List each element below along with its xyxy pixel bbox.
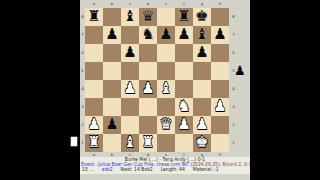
piece-white-rook: ♜ [139,134,157,152]
rank-labels-right: 87654321 [231,8,236,152]
square-e7: ♟ [157,26,175,44]
square-a5 [85,62,103,80]
square-f2: ♟ [175,116,193,134]
piece-white-queen: ♛ [157,116,175,134]
square-b5 [103,62,121,80]
piece-black-queen: ♛ [139,8,157,26]
square-a4 [85,80,103,98]
file-label: g [193,1,211,6]
square-d2 [139,116,157,134]
piece-white-pawn: ♟ [175,116,193,134]
piece-black-knight: ♞ [139,26,157,44]
square-h5 [211,62,229,80]
file-label: b [103,1,121,6]
file-label: h [211,1,229,6]
rank-label: 2 [231,116,236,134]
square-c1: ♝ [121,134,139,152]
file-label: g [193,152,211,157]
black-pawn-icon: ♟ [234,63,246,79]
square-e6 [157,44,175,62]
piece-white-pawn: ♟ [85,116,103,134]
caption-panel: Burke Mel (....) - Tang Andy (....) 0-1 … [80,157,250,174]
square-d5 [139,62,157,80]
square-g6: ♟ [193,44,211,62]
square-b1 [103,134,121,152]
square-c6: ♟ [121,44,139,62]
rank-labels-right-col: 87654321 [231,8,236,152]
square-e2: ♛ [157,116,175,134]
file-label: f [175,152,193,157]
file-label: f [175,1,193,6]
square-c4: ♟ [121,80,139,98]
file-label: d [139,152,157,157]
piece-black-king: ♚ [193,8,211,26]
move-number: 13 ... [82,167,93,172]
piece-black-pawn: ♟ [211,26,229,44]
piece-white-knight: ♞ [175,98,193,116]
square-h3: ♟ [211,98,229,116]
piece-white-bishop: ♝ [157,80,175,98]
file-label: d [139,1,157,6]
square-d3 [139,98,157,116]
piece-white-pawn: ♟ [211,98,229,116]
piece-black-bishop: ♝ [121,8,139,26]
square-d1: ♜ [139,134,157,152]
file-label: a [85,1,103,6]
piece-black-pawn: ♟ [157,26,175,44]
file-label: c [121,1,139,6]
square-h7: ♟ [211,26,229,44]
rank-label: 1 [231,134,236,152]
square-d7: ♞ [139,26,157,44]
piece-white-pawn: ♟ [139,80,157,98]
square-g7: ♝ [193,26,211,44]
square-h4 [211,80,229,98]
piece-black-pawn: ♟ [193,44,211,62]
square-a2: ♟ [85,116,103,134]
square-g4 [193,80,211,98]
square-f3: ♞ [175,98,193,116]
next-move: Next: 14.Bxb2 [121,167,153,172]
move-status-line: 13 ... axb2 Next: 14.Bxb2 Length: 44 Mat… [80,167,250,172]
square-g2: ♟ [193,116,211,134]
file-label: c [121,152,139,157]
piece-black-rook: ♜ [175,8,193,26]
file-label: a [85,152,103,157]
square-e1 [157,134,175,152]
square-c2 [121,116,139,134]
rank-label: 3 [231,98,236,116]
file-labels-top-row: abcdefgh [85,1,229,6]
square-e5 [157,62,175,80]
square-a7 [85,26,103,44]
square-f4 [175,80,193,98]
move-played: axb2 [101,167,112,172]
square-h6 [211,44,229,62]
square-g8: ♚ [193,8,211,26]
square-g3 [193,98,211,116]
piece-white-pawn: ♟ [121,80,139,98]
square-e3 [157,98,175,116]
square-a3 [85,98,103,116]
piece-black-bishop: ♝ [193,26,211,44]
caption-inner: Burke Mel (....) - Tang Andy (....) 0-1 … [80,157,250,172]
square-b4 [103,80,121,98]
square-b6 [103,44,121,62]
square-e8 [157,8,175,26]
square-a8: ♜ [85,8,103,26]
piece-black-pawn: ♟ [103,116,121,134]
square-d4: ♟ [139,80,157,98]
square-f5 [175,62,193,80]
material-balance: Material: -1 [193,167,219,172]
square-g5 [193,62,211,80]
piece-black-rook: ♜ [85,8,103,26]
file-label: b [103,152,121,157]
rank-label: 7 [231,26,236,44]
square-f7: ♟ [175,26,193,44]
piece-white-pawn: ♟ [193,116,211,134]
square-c5 [121,62,139,80]
piece-black-pawn: ♟ [103,26,121,44]
file-label: e [157,152,175,157]
square-h8 [211,8,229,26]
piece-white-rook: ♜ [85,134,103,152]
square-b8 [103,8,121,26]
video-frame: abcdefgh 87654321 87654321 ♜♝♛♜♚♟♞♟♟♝♟♟♟… [0,0,320,180]
square-h1 [211,134,229,152]
rank-label: 8 [231,8,236,26]
square-c8: ♝ [121,8,139,26]
square-f8: ♜ [175,8,193,26]
square-h2 [211,116,229,134]
square-d6 [139,44,157,62]
rank-label: 6 [231,44,236,62]
square-f1 [175,134,193,152]
rank-label: 4 [231,80,236,98]
chess-board: ♜♝♛♜♚♟♞♟♟♝♟♟♟♟♟♝♞♟♟♟♛♟♟♜♝♜♚ [85,8,229,152]
side-to-move-indicator [71,137,77,146]
piece-black-pawn: ♟ [121,44,139,62]
piece-white-king: ♚ [193,134,211,152]
square-a1: ♜ [85,134,103,152]
file-labels-bottom-row: abcdefgh [85,152,229,157]
square-b7: ♟ [103,26,121,44]
file-label: h [211,152,229,157]
square-c7 [121,26,139,44]
square-d8: ♛ [139,8,157,26]
square-c3 [121,98,139,116]
square-b3 [103,98,121,116]
file-label: e [157,1,175,6]
square-f6 [175,44,193,62]
square-a6 [85,44,103,62]
piece-white-bishop: ♝ [121,134,139,152]
game-length: Length: 44 [161,167,185,172]
square-e4: ♝ [157,80,175,98]
piece-black-pawn: ♟ [175,26,193,44]
square-b2: ♟ [103,116,121,134]
square-g1: ♚ [193,134,211,152]
